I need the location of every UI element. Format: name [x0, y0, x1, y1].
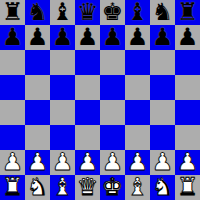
- black-rook: ♜: [2, 0, 24, 25]
- square-b6[interactable]: [25, 50, 50, 75]
- square-d5[interactable]: [75, 75, 100, 100]
- white-rook: ♜: [177, 175, 199, 200]
- square-h6[interactable]: [175, 50, 200, 75]
- square-d8[interactable]: ♛: [75, 0, 100, 25]
- square-f3[interactable]: [125, 125, 150, 150]
- square-e4[interactable]: [100, 100, 125, 125]
- square-g7[interactable]: ♟: [150, 25, 175, 50]
- white-knight: ♞: [27, 175, 49, 200]
- black-pawn: ♟: [102, 25, 124, 50]
- square-c4[interactable]: [50, 100, 75, 125]
- square-b8[interactable]: ♞: [25, 0, 50, 25]
- square-f7[interactable]: ♟: [125, 25, 150, 50]
- square-f1[interactable]: ♝: [125, 175, 150, 200]
- square-b1[interactable]: ♞: [25, 175, 50, 200]
- square-d2[interactable]: ♟: [75, 150, 100, 175]
- white-bishop: ♝: [127, 175, 149, 200]
- square-h8[interactable]: ♜: [175, 0, 200, 25]
- square-h1[interactable]: ♜: [175, 175, 200, 200]
- black-pawn: ♟: [52, 25, 74, 50]
- square-g6[interactable]: [150, 50, 175, 75]
- black-knight: ♞: [152, 0, 174, 25]
- square-f4[interactable]: [125, 100, 150, 125]
- black-king: ♚: [102, 0, 124, 25]
- square-c2[interactable]: ♟: [50, 150, 75, 175]
- square-h3[interactable]: [175, 125, 200, 150]
- square-d3[interactable]: [75, 125, 100, 150]
- white-queen: ♛: [77, 175, 99, 200]
- square-c5[interactable]: [50, 75, 75, 100]
- square-a5[interactable]: [0, 75, 25, 100]
- square-d7[interactable]: ♟: [75, 25, 100, 50]
- square-e7[interactable]: ♟: [100, 25, 125, 50]
- black-pawn: ♟: [77, 25, 99, 50]
- square-b7[interactable]: ♟: [25, 25, 50, 50]
- square-e2[interactable]: ♟: [100, 150, 125, 175]
- white-pawn: ♟: [127, 150, 149, 175]
- square-e3[interactable]: [100, 125, 125, 150]
- square-c8[interactable]: ♝: [50, 0, 75, 25]
- square-d1[interactable]: ♛: [75, 175, 100, 200]
- black-pawn: ♟: [152, 25, 174, 50]
- white-pawn: ♟: [52, 150, 74, 175]
- square-a8[interactable]: ♜: [0, 0, 25, 25]
- square-f6[interactable]: [125, 50, 150, 75]
- black-bishop: ♝: [127, 0, 149, 25]
- white-bishop: ♝: [52, 175, 74, 200]
- square-d6[interactable]: [75, 50, 100, 75]
- square-e5[interactable]: [100, 75, 125, 100]
- white-pawn: ♟: [77, 150, 99, 175]
- black-pawn: ♟: [2, 25, 24, 50]
- white-pawn: ♟: [152, 150, 174, 175]
- square-c7[interactable]: ♟: [50, 25, 75, 50]
- square-c3[interactable]: [50, 125, 75, 150]
- square-d4[interactable]: [75, 100, 100, 125]
- square-e6[interactable]: [100, 50, 125, 75]
- square-h4[interactable]: [175, 100, 200, 125]
- square-c1[interactable]: ♝: [50, 175, 75, 200]
- square-c6[interactable]: [50, 50, 75, 75]
- square-g3[interactable]: [150, 125, 175, 150]
- square-g4[interactable]: [150, 100, 175, 125]
- black-pawn: ♟: [127, 25, 149, 50]
- square-h2[interactable]: ♟: [175, 150, 200, 175]
- square-g8[interactable]: ♞: [150, 0, 175, 25]
- square-b3[interactable]: [25, 125, 50, 150]
- white-king: ♚: [102, 175, 124, 200]
- square-b4[interactable]: [25, 100, 50, 125]
- white-pawn: ♟: [102, 150, 124, 175]
- black-rook: ♜: [177, 0, 199, 25]
- square-e1[interactable]: ♚: [100, 175, 125, 200]
- white-pawn: ♟: [177, 150, 199, 175]
- white-rook: ♜: [2, 175, 24, 200]
- square-b5[interactable]: [25, 75, 50, 100]
- square-f5[interactable]: [125, 75, 150, 100]
- square-g5[interactable]: [150, 75, 175, 100]
- square-h7[interactable]: ♟: [175, 25, 200, 50]
- square-a4[interactable]: [0, 100, 25, 125]
- black-queen: ♛: [77, 0, 99, 25]
- square-a7[interactable]: ♟: [0, 25, 25, 50]
- black-knight: ♞: [27, 0, 49, 25]
- black-pawn: ♟: [177, 25, 199, 50]
- square-h5[interactable]: [175, 75, 200, 100]
- square-g1[interactable]: ♞: [150, 175, 175, 200]
- square-a2[interactable]: ♟: [0, 150, 25, 175]
- square-f8[interactable]: ♝: [125, 0, 150, 25]
- white-pawn: ♟: [27, 150, 49, 175]
- black-bishop: ♝: [52, 0, 74, 25]
- white-pawn: ♟: [2, 150, 24, 175]
- square-e8[interactable]: ♚: [100, 0, 125, 25]
- white-knight: ♞: [152, 175, 174, 200]
- black-pawn: ♟: [27, 25, 49, 50]
- square-a3[interactable]: [0, 125, 25, 150]
- square-b2[interactable]: ♟: [25, 150, 50, 175]
- square-a6[interactable]: [0, 50, 25, 75]
- square-g2[interactable]: ♟: [150, 150, 175, 175]
- square-f2[interactable]: ♟: [125, 150, 150, 175]
- square-a1[interactable]: ♜: [0, 175, 25, 200]
- chess-board: ♜♞♝♛♚♝♞♜♟♟♟♟♟♟♟♟♟♟♟♟♟♟♟♟♜♞♝♛♚♝♞♜: [0, 0, 200, 200]
